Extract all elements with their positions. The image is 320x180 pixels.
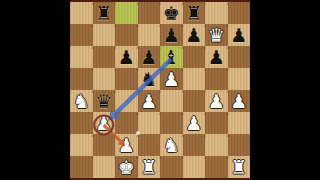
white-pawn[interactable]: ♟ [160, 68, 183, 90]
square-h8[interactable] [228, 2, 251, 24]
square-g4[interactable]: ♟ [205, 90, 228, 112]
square-f1[interactable] [183, 156, 206, 178]
square-b4[interactable]: ♛ [93, 90, 116, 112]
square-g3[interactable] [205, 112, 228, 134]
square-a1[interactable] [70, 156, 93, 178]
square-b1[interactable] [93, 156, 116, 178]
white-rook[interactable]: ♜ [228, 156, 251, 178]
square-h2[interactable] [228, 134, 251, 156]
square-e5[interactable]: ♟ [160, 68, 183, 90]
square-a6[interactable] [70, 46, 93, 68]
square-f4[interactable] [183, 90, 206, 112]
chess-board: ♜♚♜♟♟♛♟♟♟♝♟♞♟♞♛♟♟♟♟♟♟♞♚♜♜ [70, 0, 250, 180]
square-e4[interactable] [160, 90, 183, 112]
square-e3[interactable] [160, 112, 183, 134]
square-h5[interactable] [228, 68, 251, 90]
board-corner-dot [114, 179, 115, 180]
square-g7[interactable]: ♛ [205, 24, 228, 46]
white-knight[interactable]: ♞ [160, 134, 183, 156]
black-pawn[interactable]: ♟ [228, 24, 251, 46]
white-pawn[interactable]: ♟ [93, 112, 116, 134]
square-a7[interactable] [70, 24, 93, 46]
square-c5[interactable] [115, 68, 138, 90]
square-g5[interactable] [205, 68, 228, 90]
board-corner-dot [249, 179, 250, 180]
square-d5[interactable]: ♞ [138, 68, 161, 90]
square-d3[interactable] [138, 112, 161, 134]
board-corner-dot [204, 179, 205, 180]
square-e8[interactable]: ♚ [160, 2, 183, 24]
square-c8[interactable] [115, 2, 138, 24]
square-e1[interactable] [160, 156, 183, 178]
board-corner-dot [92, 179, 93, 180]
square-e6[interactable]: ♝ [160, 46, 183, 68]
white-pawn[interactable]: ♟ [228, 90, 251, 112]
white-knight[interactable]: ♞ [70, 90, 93, 112]
square-d2[interactable] [138, 134, 161, 156]
white-pawn[interactable]: ♟ [183, 112, 206, 134]
square-d6[interactable]: ♟ [138, 46, 161, 68]
white-queen[interactable]: ♛ [205, 24, 228, 46]
square-a4[interactable]: ♞ [70, 90, 93, 112]
square-c3[interactable] [115, 112, 138, 134]
square-c4[interactable] [115, 90, 138, 112]
square-h4[interactable]: ♟ [228, 90, 251, 112]
square-c1[interactable]: ♚ [115, 156, 138, 178]
black-pawn[interactable]: ♟ [183, 24, 206, 46]
black-knight[interactable]: ♞ [138, 68, 161, 90]
board-corner-dot [137, 179, 138, 180]
square-h3[interactable] [228, 112, 251, 134]
black-pawn[interactable]: ♟ [115, 46, 138, 68]
square-f8[interactable]: ♜ [183, 2, 206, 24]
square-g2[interactable] [205, 134, 228, 156]
square-b5[interactable] [93, 68, 116, 90]
white-pawn[interactable]: ♟ [205, 90, 228, 112]
square-a8[interactable] [70, 2, 93, 24]
square-f2[interactable] [183, 134, 206, 156]
black-pawn[interactable]: ♟ [138, 46, 161, 68]
square-g8[interactable] [205, 2, 228, 24]
board-corner-dot [227, 179, 228, 180]
square-d4[interactable]: ♟ [138, 90, 161, 112]
square-b2[interactable] [93, 134, 116, 156]
square-f6[interactable] [183, 46, 206, 68]
square-e7[interactable]: ♟ [160, 24, 183, 46]
square-d1[interactable]: ♜ [138, 156, 161, 178]
square-a3[interactable] [70, 112, 93, 134]
chess-app-screenshot: ♜♚♜♟♟♛♟♟♟♝♟♞♟♞♛♟♟♟♟♟♟♞♚♜♜ [0, 0, 320, 180]
black-pawn[interactable]: ♟ [205, 46, 228, 68]
square-d8[interactable] [138, 2, 161, 24]
black-queen[interactable]: ♛ [93, 90, 116, 112]
square-d7[interactable] [138, 24, 161, 46]
square-g1[interactable] [205, 156, 228, 178]
board-corner-dot [70, 179, 71, 180]
square-c6[interactable]: ♟ [115, 46, 138, 68]
board-corner-dot [182, 179, 183, 180]
square-f3[interactable]: ♟ [183, 112, 206, 134]
square-b7[interactable] [93, 24, 116, 46]
square-c7[interactable] [115, 24, 138, 46]
square-h1[interactable]: ♜ [228, 156, 251, 178]
white-pawn[interactable]: ♟ [138, 90, 161, 112]
board-grid: ♜♚♜♟♟♛♟♟♟♝♟♞♟♞♛♟♟♟♟♟♟♞♚♜♜ [70, 2, 250, 178]
white-pawn[interactable]: ♟ [115, 134, 138, 156]
black-rook[interactable]: ♜ [93, 2, 116, 24]
black-rook[interactable]: ♜ [183, 2, 206, 24]
square-a5[interactable] [70, 68, 93, 90]
square-f7[interactable]: ♟ [183, 24, 206, 46]
square-f5[interactable] [183, 68, 206, 90]
square-b3[interactable]: ♟ [93, 112, 116, 134]
square-b8[interactable]: ♜ [93, 2, 116, 24]
black-king[interactable]: ♚ [160, 2, 183, 24]
square-h6[interactable] [228, 46, 251, 68]
black-bishop[interactable]: ♝ [160, 46, 183, 68]
square-a2[interactable] [70, 134, 93, 156]
square-b6[interactable] [93, 46, 116, 68]
board-corner-dot [159, 179, 160, 180]
black-pawn[interactable]: ♟ [160, 24, 183, 46]
white-king[interactable]: ♚ [115, 156, 138, 178]
square-c2[interactable]: ♟ [115, 134, 138, 156]
white-rook[interactable]: ♜ [138, 156, 161, 178]
square-g6[interactable]: ♟ [205, 46, 228, 68]
square-h7[interactable]: ♟ [228, 24, 251, 46]
square-e2[interactable]: ♞ [160, 134, 183, 156]
